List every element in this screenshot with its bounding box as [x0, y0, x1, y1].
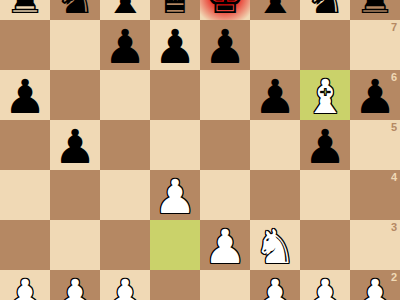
square-a7[interactable] [0, 20, 50, 70]
rank-label-3: 3 [391, 221, 397, 234]
rank-label-7: 7 [391, 21, 397, 34]
square-d2[interactable] [150, 270, 200, 300]
square-g2[interactable]: ♟ [300, 270, 350, 300]
piece-black-pawn[interactable]: ♟ [104, 23, 146, 70]
square-f2[interactable]: ♟ [250, 270, 300, 300]
square-a4[interactable] [0, 170, 50, 220]
square-g6[interactable]: ♝ [300, 70, 350, 120]
square-a5[interactable] [0, 120, 50, 170]
piece-black-queen[interactable]: ♛ [154, 0, 196, 20]
square-d7[interactable]: ♟ [150, 20, 200, 70]
square-d4[interactable]: ♟ [150, 170, 200, 220]
piece-white-pawn[interactable]: ♟ [204, 223, 246, 270]
square-b8[interactable]: ♞ [50, 0, 100, 20]
square-d8[interactable]: ♛ [150, 0, 200, 20]
square-a3[interactable] [0, 220, 50, 270]
square-a8[interactable]: ♜ [0, 0, 50, 20]
square-e8[interactable]: ♚ [200, 0, 250, 20]
square-c6[interactable] [100, 70, 150, 120]
square-f8[interactable]: ♝ [250, 0, 300, 20]
square-c3[interactable] [100, 220, 150, 270]
square-g7[interactable] [300, 20, 350, 70]
square-g8[interactable]: ♞ [300, 0, 350, 20]
rank-label-6: 6 [391, 71, 397, 84]
square-b2[interactable]: ♟ [50, 270, 100, 300]
square-b7[interactable] [50, 20, 100, 70]
piece-black-pawn[interactable]: ♟ [4, 73, 46, 120]
rank-label-2: 2 [391, 271, 397, 284]
square-e6[interactable] [200, 70, 250, 120]
piece-black-pawn[interactable]: ♟ [154, 23, 196, 70]
square-e2[interactable] [200, 270, 250, 300]
square-h3[interactable]: 3 [350, 220, 400, 270]
square-f5[interactable] [250, 120, 300, 170]
rank-label-4: 4 [391, 171, 397, 184]
piece-white-pawn[interactable]: ♟ [4, 273, 46, 300]
square-e4[interactable] [200, 170, 250, 220]
square-b4[interactable] [50, 170, 100, 220]
piece-white-pawn[interactable]: ♟ [304, 273, 346, 300]
piece-black-knight[interactable]: ♞ [54, 0, 96, 20]
square-h7[interactable]: 7 [350, 20, 400, 70]
square-g5[interactable]: ♟ [300, 120, 350, 170]
square-h4[interactable]: 4 [350, 170, 400, 220]
board-viewport: ♜♞♝♛♚♝♞♜♟♟♟7♟♟♝♟6♟♟5♟4♟♞3♟♟♟♟♟♟2♜♞♝♛♚♜ [0, 0, 400, 300]
piece-white-bishop[interactable]: ♝ [304, 73, 346, 120]
piece-black-pawn[interactable]: ♟ [54, 123, 96, 170]
square-e3[interactable]: ♟ [200, 220, 250, 270]
square-b6[interactable] [50, 70, 100, 120]
square-a6[interactable]: ♟ [0, 70, 50, 120]
square-e5[interactable] [200, 120, 250, 170]
square-d5[interactable] [150, 120, 200, 170]
square-f6[interactable]: ♟ [250, 70, 300, 120]
piece-white-pawn[interactable]: ♟ [354, 273, 396, 300]
square-h6[interactable]: ♟6 [350, 70, 400, 120]
square-c8[interactable]: ♝ [100, 0, 150, 20]
square-b5[interactable]: ♟ [50, 120, 100, 170]
piece-white-pawn[interactable]: ♟ [104, 273, 146, 300]
square-g3[interactable] [300, 220, 350, 270]
piece-white-pawn[interactable]: ♟ [54, 273, 96, 300]
square-h2[interactable]: ♟2 [350, 270, 400, 300]
piece-black-knight[interactable]: ♞ [304, 0, 346, 20]
rank-label-5: 5 [391, 121, 397, 134]
piece-black-king[interactable]: ♚ [204, 0, 246, 20]
square-f7[interactable] [250, 20, 300, 70]
piece-white-pawn[interactable]: ♟ [254, 273, 296, 300]
square-d6[interactable] [150, 70, 200, 120]
piece-black-bishop[interactable]: ♝ [104, 0, 146, 20]
piece-black-pawn[interactable]: ♟ [254, 73, 296, 120]
square-c7[interactable]: ♟ [100, 20, 150, 70]
chess-board: ♜♞♝♛♚♝♞♜♟♟♟7♟♟♝♟6♟♟5♟4♟♞3♟♟♟♟♟♟2♜♞♝♛♚♜ [0, 0, 400, 300]
square-f3[interactable]: ♞ [250, 220, 300, 270]
piece-black-pawn[interactable]: ♟ [204, 23, 246, 70]
piece-white-pawn[interactable]: ♟ [154, 173, 196, 220]
square-c4[interactable] [100, 170, 150, 220]
square-f4[interactable] [250, 170, 300, 220]
square-b3[interactable] [50, 220, 100, 270]
square-h5[interactable]: 5 [350, 120, 400, 170]
square-a2[interactable]: ♟ [0, 270, 50, 300]
square-c5[interactable] [100, 120, 150, 170]
square-c2[interactable]: ♟ [100, 270, 150, 300]
piece-black-pawn[interactable]: ♟ [304, 123, 346, 170]
square-d3[interactable] [150, 220, 200, 270]
square-g4[interactable] [300, 170, 350, 220]
piece-white-knight[interactable]: ♞ [254, 223, 296, 270]
square-e7[interactable]: ♟ [200, 20, 250, 70]
piece-black-rook[interactable]: ♜ [354, 0, 396, 20]
piece-black-pawn[interactable]: ♟ [354, 73, 396, 120]
piece-black-bishop[interactable]: ♝ [254, 0, 296, 20]
square-h8[interactable]: ♜ [350, 0, 400, 20]
piece-black-rook[interactable]: ♜ [4, 0, 46, 20]
